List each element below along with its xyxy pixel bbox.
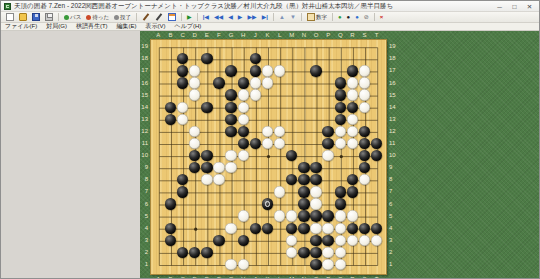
coord-top-F: F bbox=[215, 32, 223, 39]
black-stone-G15[interactable] bbox=[225, 89, 236, 100]
black-stone-R4[interactable] bbox=[347, 223, 358, 234]
white-stone-H5[interactable] bbox=[238, 210, 249, 221]
black-stone-F16[interactable] bbox=[213, 77, 224, 88]
white-stone-Q11[interactable] bbox=[335, 138, 346, 149]
coord-top-D: D bbox=[191, 32, 199, 39]
coord-top-J: J bbox=[251, 32, 259, 39]
white-stone-J15[interactable] bbox=[250, 89, 261, 100]
white-stone-H13[interactable] bbox=[238, 114, 249, 125]
nav-forward10-button[interactable]: ▶▶ bbox=[245, 12, 258, 22]
white-stone-Q4[interactable] bbox=[335, 223, 346, 234]
black-stone-B6[interactable] bbox=[165, 198, 176, 209]
black-stone-R14[interactable] bbox=[347, 102, 358, 113]
resign-button-label: 投了 bbox=[120, 14, 131, 21]
coord-right-15: 15 bbox=[389, 92, 399, 99]
branch-down-button[interactable]: ▼ bbox=[288, 12, 298, 22]
black-stone-P5[interactable] bbox=[322, 210, 333, 221]
black-stone-O3[interactable] bbox=[310, 235, 321, 246]
pass-button[interactable]: パス bbox=[62, 12, 83, 22]
black-stone-Q16[interactable] bbox=[335, 77, 346, 88]
coord-bottom-S: S bbox=[361, 276, 369, 278]
black-stone-O5[interactable] bbox=[310, 210, 321, 221]
coord-top-O: O bbox=[312, 32, 320, 39]
coord-right-4: 4 bbox=[389, 225, 399, 232]
window-title: 天頂の囲碁 7.Zen - 2022関西囲碁オープントーナメント・トップクラス決… bbox=[14, 2, 492, 11]
white-stone-O6[interactable] bbox=[310, 198, 321, 209]
coord-top-E: E bbox=[203, 32, 211, 39]
coord-top-K: K bbox=[263, 32, 271, 39]
black-stone-E10[interactable] bbox=[201, 150, 212, 161]
black-stone-O9[interactable] bbox=[310, 162, 321, 173]
print-button-icon bbox=[45, 13, 53, 21]
move-numbers-button[interactable]: 数字 bbox=[305, 12, 329, 22]
coord-left-7: 7 bbox=[140, 188, 148, 195]
white-stone-R3[interactable] bbox=[347, 235, 358, 246]
nav-back-button-icon: ◀ bbox=[228, 13, 233, 21]
nav-last-button-icon: ▶| bbox=[262, 13, 268, 21]
marker-tool-button[interactable] bbox=[153, 12, 165, 22]
delete-button-icon: × bbox=[380, 13, 384, 21]
coord-top-T: T bbox=[373, 32, 381, 39]
coord-left-12: 12 bbox=[140, 128, 148, 135]
white-stone-D15[interactable] bbox=[189, 89, 200, 100]
branch-down-button-icon: ▼ bbox=[290, 13, 296, 21]
black-stone-H16[interactable] bbox=[238, 77, 249, 88]
undo-button-label: 待った bbox=[92, 14, 109, 21]
undo-button-icon bbox=[86, 15, 91, 20]
coord-bottom-Q: Q bbox=[336, 276, 344, 278]
coord-left-14: 14 bbox=[140, 104, 148, 111]
coord-right-8: 8 bbox=[389, 176, 399, 183]
black-stone-P11[interactable] bbox=[322, 138, 333, 149]
mark-green-stone-button-icon: ● bbox=[338, 13, 342, 21]
coord-right-10: 10 bbox=[389, 152, 399, 159]
coord-left-5: 5 bbox=[140, 213, 148, 220]
pass-button-label: パス bbox=[70, 14, 81, 21]
coord-right-3: 3 bbox=[389, 237, 399, 244]
coord-right-1: 1 bbox=[389, 261, 399, 268]
coord-top-Q: Q bbox=[336, 32, 344, 39]
white-stone-Q3[interactable] bbox=[335, 235, 346, 246]
black-stone-P3[interactable] bbox=[322, 235, 333, 246]
last-move-marker bbox=[265, 201, 270, 206]
nav-first-button-icon: |◀ bbox=[203, 13, 209, 21]
coord-left-8: 8 bbox=[140, 176, 148, 183]
white-stone-G4[interactable] bbox=[225, 223, 236, 234]
nav-forward10-button-icon: ▶▶ bbox=[247, 13, 256, 21]
marker-tool-button-icon bbox=[155, 13, 163, 21]
mark-black-stone-button-icon: ● bbox=[347, 13, 351, 21]
coord-bottom-K: K bbox=[263, 276, 271, 278]
minimize-button[interactable]: ─ bbox=[492, 2, 507, 11]
white-stone-H10[interactable] bbox=[238, 150, 249, 161]
black-stone-Q6[interactable] bbox=[335, 198, 346, 209]
black-stone-E14[interactable] bbox=[201, 102, 212, 113]
white-stone-K16[interactable] bbox=[262, 77, 273, 88]
app-icon bbox=[4, 3, 11, 10]
open-file-button[interactable] bbox=[17, 12, 29, 22]
black-stone-N4[interactable] bbox=[298, 223, 309, 234]
nav-last-button[interactable]: ▶| bbox=[260, 12, 270, 22]
coord-bottom-T: T bbox=[373, 276, 381, 278]
resign-button-icon bbox=[114, 15, 119, 20]
menu-bar: ファイル(F) 対局(G) 棋譜再生(T) 編集(E) 表示(V) ヘルプ(H) bbox=[1, 23, 539, 31]
white-stone-Q2[interactable] bbox=[335, 247, 346, 258]
mark-blue-stone-button[interactable]: ● bbox=[353, 12, 361, 22]
black-stone-N2[interactable] bbox=[298, 247, 309, 258]
coord-left-18: 18 bbox=[140, 55, 148, 62]
white-stone-L17[interactable] bbox=[274, 65, 285, 76]
coord-right-6: 6 bbox=[389, 201, 399, 208]
black-stone-H11[interactable] bbox=[238, 138, 249, 149]
coord-top-S: S bbox=[361, 32, 369, 39]
black-stone-H12[interactable] bbox=[238, 126, 249, 137]
black-stone-N7[interactable] bbox=[298, 186, 309, 197]
nav-back-button[interactable]: ◀ bbox=[226, 12, 235, 22]
white-stone-P2[interactable] bbox=[322, 247, 333, 258]
toolbar-separator bbox=[273, 13, 274, 21]
black-stone-N5[interactable] bbox=[298, 210, 309, 221]
black-stone-C17[interactable] bbox=[177, 65, 188, 76]
white-stone-Q5[interactable] bbox=[335, 210, 346, 221]
black-stone-Q14[interactable] bbox=[335, 102, 346, 113]
black-stone-N9[interactable] bbox=[298, 162, 309, 173]
toolbar-separator bbox=[181, 13, 182, 21]
white-stone-R13[interactable] bbox=[347, 114, 358, 125]
coord-left-19: 19 bbox=[140, 43, 148, 50]
black-stone-F3[interactable] bbox=[213, 235, 224, 246]
black-stone-B14[interactable] bbox=[165, 102, 176, 113]
branch-up-button-icon: ▲ bbox=[279, 13, 285, 21]
black-stone-R17[interactable] bbox=[347, 65, 358, 76]
coord-right-13: 13 bbox=[389, 116, 399, 123]
mark-green-stone-button[interactable]: ● bbox=[336, 12, 344, 22]
black-stone-B13[interactable] bbox=[165, 114, 176, 125]
black-stone-R7[interactable] bbox=[347, 186, 358, 197]
toolbar-separator bbox=[197, 13, 198, 21]
close-button[interactable]: ✕ bbox=[522, 2, 537, 11]
coord-bottom-L: L bbox=[276, 276, 284, 278]
menu-game[interactable]: 対局(G) bbox=[46, 22, 67, 31]
white-stone-G1[interactable] bbox=[225, 259, 236, 270]
black-stone-S4[interactable] bbox=[359, 223, 370, 234]
white-stone-L7[interactable] bbox=[274, 186, 285, 197]
black-stone-G17[interactable] bbox=[225, 65, 236, 76]
coord-left-1: 1 bbox=[140, 261, 148, 268]
play-button-icon: ▶ bbox=[187, 13, 192, 21]
black-stone-J4[interactable] bbox=[250, 223, 261, 234]
black-stone-C7[interactable] bbox=[177, 186, 188, 197]
coord-bottom-F: F bbox=[215, 276, 223, 278]
board-window-button[interactable] bbox=[166, 12, 178, 22]
white-stone-K17[interactable] bbox=[262, 65, 273, 76]
coord-right-14: 14 bbox=[389, 104, 399, 111]
coord-bottom-P: P bbox=[324, 276, 332, 278]
white-stone-R15[interactable] bbox=[347, 89, 358, 100]
play-button[interactable]: ▶ bbox=[185, 12, 194, 22]
black-stone-H3[interactable] bbox=[238, 235, 249, 246]
coord-top-P: P bbox=[324, 32, 332, 39]
black-stone-E2[interactable] bbox=[201, 247, 212, 258]
save-file-button-icon bbox=[32, 13, 40, 21]
white-stone-H1[interactable] bbox=[238, 259, 249, 270]
white-stone-Q1[interactable] bbox=[335, 259, 346, 270]
coord-bottom-D: D bbox=[191, 276, 199, 278]
menu-replay[interactable]: 棋譜再生(T) bbox=[76, 22, 108, 31]
black-stone-K4[interactable] bbox=[262, 223, 273, 234]
white-stone-R16[interactable] bbox=[347, 77, 358, 88]
white-stone-S16[interactable] bbox=[359, 77, 370, 88]
white-stone-D17[interactable] bbox=[189, 65, 200, 76]
black-stone-O17[interactable] bbox=[310, 65, 321, 76]
coord-left-9: 9 bbox=[140, 164, 148, 171]
mark-blue-stone-button-icon: ● bbox=[355, 13, 359, 21]
black-stone-C16[interactable] bbox=[177, 77, 188, 88]
black-stone-B4[interactable] bbox=[165, 223, 176, 234]
black-stone-N8[interactable] bbox=[298, 174, 309, 185]
nav-forward-button[interactable]: ▶ bbox=[236, 12, 245, 22]
black-stone-N6[interactable] bbox=[298, 198, 309, 209]
white-stone-G9[interactable] bbox=[225, 162, 236, 173]
black-stone-P12[interactable] bbox=[322, 126, 333, 137]
coord-left-3: 3 bbox=[140, 237, 148, 244]
coord-top-A: A bbox=[154, 32, 162, 39]
white-stone-O4[interactable] bbox=[310, 223, 321, 234]
coord-left-17: 17 bbox=[140, 67, 148, 74]
black-stone-O1[interactable] bbox=[310, 259, 321, 270]
black-stone-K6[interactable] bbox=[262, 198, 273, 209]
white-stone-R5[interactable] bbox=[347, 210, 358, 221]
menu-edit[interactable]: 編集(E) bbox=[117, 22, 137, 31]
new-file-button[interactable] bbox=[4, 12, 16, 22]
menu-view[interactable]: 表示(V) bbox=[146, 22, 166, 31]
coord-bottom-C: C bbox=[179, 276, 187, 278]
branch-up-button[interactable]: ▲ bbox=[277, 12, 287, 22]
pen-tool-button-icon bbox=[142, 13, 150, 21]
menu-file[interactable]: ファイル(F) bbox=[5, 22, 37, 31]
black-stone-Q7[interactable] bbox=[335, 186, 346, 197]
toolbar-separator bbox=[374, 13, 375, 21]
black-stone-O2[interactable] bbox=[310, 247, 321, 258]
nav-forward-button-icon: ▶ bbox=[238, 13, 243, 21]
print-button[interactable] bbox=[43, 12, 55, 22]
black-stone-B3[interactable] bbox=[165, 235, 176, 246]
black-stone-G12[interactable] bbox=[225, 126, 236, 137]
resign-button[interactable]: 投了 bbox=[112, 12, 133, 22]
move-numbers-button-label: 数字 bbox=[316, 14, 327, 21]
white-stone-P4[interactable] bbox=[322, 223, 333, 234]
coord-left-2: 2 bbox=[140, 249, 148, 256]
white-stone-F8[interactable] bbox=[213, 174, 224, 185]
white-stone-P10[interactable] bbox=[322, 150, 333, 161]
open-file-button-icon bbox=[19, 13, 27, 21]
app-window: 天頂の囲碁 7.Zen - 2022関西囲碁オープントーナメント・トップクラス決… bbox=[0, 0, 540, 279]
coord-bottom-R: R bbox=[348, 276, 356, 278]
coord-bottom-A: A bbox=[154, 276, 162, 278]
white-stone-J16[interactable] bbox=[250, 77, 261, 88]
coord-right-11: 11 bbox=[389, 140, 399, 147]
white-stone-S15[interactable] bbox=[359, 89, 370, 100]
white-stone-G10[interactable] bbox=[225, 150, 236, 161]
coord-right-19: 19 bbox=[389, 43, 399, 50]
white-stone-S14[interactable] bbox=[359, 102, 370, 113]
coord-right-9: 9 bbox=[389, 164, 399, 171]
delete-button[interactable]: × bbox=[378, 12, 386, 22]
menu-help[interactable]: ヘルプ(H) bbox=[175, 22, 202, 31]
coord-bottom-H: H bbox=[239, 276, 247, 278]
nav-first-button[interactable]: |◀ bbox=[201, 12, 211, 22]
black-stone-E9[interactable] bbox=[201, 162, 212, 173]
coord-left-13: 13 bbox=[140, 116, 148, 123]
black-stone-E18[interactable] bbox=[201, 53, 212, 64]
title-bar[interactable]: 天頂の囲碁 7.Zen - 2022関西囲碁オープントーナメント・トップクラス決… bbox=[1, 1, 539, 12]
new-file-button-icon bbox=[6, 13, 14, 21]
black-stone-G13[interactable] bbox=[225, 114, 236, 125]
white-stone-P1[interactable] bbox=[322, 259, 333, 270]
coord-bottom-N: N bbox=[300, 276, 308, 278]
coord-top-G: G bbox=[227, 32, 235, 39]
black-stone-Q15[interactable] bbox=[335, 89, 346, 100]
toolbar-separator bbox=[301, 13, 302, 21]
white-stone-O7[interactable] bbox=[310, 186, 321, 197]
coord-top-L: L bbox=[276, 32, 284, 39]
white-stone-H14[interactable] bbox=[238, 102, 249, 113]
coord-top-C: C bbox=[179, 32, 187, 39]
white-stone-C14[interactable] bbox=[177, 102, 188, 113]
coord-left-4: 4 bbox=[140, 225, 148, 232]
undo-button[interactable]: 待った bbox=[84, 12, 111, 22]
coord-top-M: M bbox=[288, 32, 296, 39]
coord-top-H: H bbox=[239, 32, 247, 39]
white-stone-F9[interactable] bbox=[213, 162, 224, 173]
coord-bottom-E: E bbox=[203, 276, 211, 278]
mark-clear-button[interactable]: ⊘ bbox=[362, 12, 371, 22]
coord-top-N: N bbox=[300, 32, 308, 39]
coord-left-16: 16 bbox=[140, 80, 148, 87]
client-area: AABBCCDDEEFFGGHHJJKKLLMMNNOOPPQQRRSSTT19… bbox=[1, 31, 539, 278]
coord-right-18: 18 bbox=[389, 55, 399, 62]
save-file-button[interactable] bbox=[30, 12, 42, 22]
white-stone-S17[interactable] bbox=[359, 65, 370, 76]
coord-top-R: R bbox=[348, 32, 356, 39]
pen-tool-button[interactable] bbox=[140, 12, 152, 22]
coord-bottom-B: B bbox=[166, 276, 174, 278]
coord-bottom-J: J bbox=[251, 276, 259, 278]
left-panel bbox=[1, 31, 140, 278]
black-stone-Q13[interactable] bbox=[335, 114, 346, 125]
white-stone-Q12[interactable] bbox=[335, 126, 346, 137]
white-stone-E8[interactable] bbox=[201, 174, 212, 185]
board-window-button-icon bbox=[168, 13, 176, 21]
coord-right-5: 5 bbox=[389, 213, 399, 220]
black-stone-G14[interactable] bbox=[225, 102, 236, 113]
mark-black-stone-button[interactable]: ● bbox=[345, 12, 353, 22]
white-stone-L5[interactable] bbox=[274, 210, 285, 221]
pass-button-icon bbox=[64, 15, 69, 20]
white-stone-R12[interactable] bbox=[347, 126, 358, 137]
nav-back10-button-icon: ◀◀ bbox=[214, 13, 223, 21]
coord-left-11: 11 bbox=[140, 140, 148, 147]
coord-right-7: 7 bbox=[389, 188, 399, 195]
toolbar-separator bbox=[58, 13, 59, 21]
white-stone-D16[interactable] bbox=[189, 77, 200, 88]
coord-right-17: 17 bbox=[389, 67, 399, 74]
maximize-button[interactable]: □ bbox=[507, 2, 522, 11]
go-board-area[interactable]: AABBCCDDEEFFGGHHJJKKLLMMNNOOPPQQRRSSTT19… bbox=[140, 31, 539, 278]
mark-clear-button-icon: ⊘ bbox=[364, 13, 369, 21]
coord-top-B: B bbox=[166, 32, 174, 39]
toolbar-separator bbox=[332, 13, 333, 21]
coord-right-16: 16 bbox=[389, 80, 399, 87]
toolbar-separator bbox=[136, 13, 137, 21]
black-stone-J17[interactable] bbox=[250, 65, 261, 76]
coord-right-2: 2 bbox=[389, 249, 399, 256]
white-stone-H15[interactable] bbox=[238, 89, 249, 100]
coord-left-15: 15 bbox=[140, 92, 148, 99]
move-numbers-button-icon bbox=[307, 13, 315, 21]
coord-bottom-O: O bbox=[312, 276, 320, 278]
coord-bottom-G: G bbox=[227, 276, 235, 278]
coord-bottom-M: M bbox=[288, 276, 296, 278]
coord-left-6: 6 bbox=[140, 201, 148, 208]
nav-back10-button[interactable]: ◀◀ bbox=[212, 12, 225, 22]
coord-right-12: 12 bbox=[389, 128, 399, 135]
coord-left-10: 10 bbox=[140, 152, 148, 159]
